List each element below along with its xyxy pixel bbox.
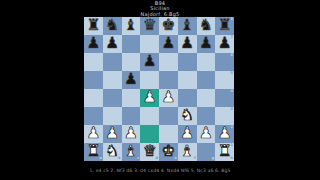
coord-rank-4: 4 [231, 90, 233, 94]
square-c3[interactable] [122, 107, 141, 125]
square-g4[interactable] [197, 89, 216, 107]
square-e1[interactable]: ♚e [159, 143, 178, 161]
piece-white-knight: ♞ [180, 108, 194, 124]
square-c1[interactable]: ♝c [122, 143, 141, 161]
coord-file-d: d [155, 157, 158, 161]
square-h4[interactable]: 4 [215, 89, 234, 107]
square-h7[interactable]: ♟7 [215, 35, 234, 53]
coord-file-a: a [99, 157, 101, 161]
piece-white-knight: ♞ [105, 144, 119, 160]
square-g8[interactable]: ♞ [197, 17, 216, 35]
piece-white-pawn: ♟ [199, 126, 213, 142]
square-d8[interactable]: ♛ [140, 17, 159, 35]
piece-black-bishop: ♝ [124, 18, 138, 34]
square-c6[interactable] [122, 53, 141, 71]
coord-file-g: g [212, 157, 215, 161]
piece-black-pawn: ♟ [180, 36, 194, 52]
square-g6[interactable] [197, 53, 216, 71]
square-b2[interactable]: ♟ [103, 125, 122, 143]
square-d1[interactable]: ♛d [140, 143, 159, 161]
square-d2[interactable] [140, 125, 159, 143]
square-a8[interactable]: ♜ [84, 17, 103, 35]
square-e8[interactable]: ♚ [159, 17, 178, 35]
piece-white-pawn: ♟ [105, 126, 119, 142]
square-b6[interactable] [103, 53, 122, 71]
piece-black-king: ♚ [161, 18, 175, 34]
coord-file-e: e [174, 157, 176, 161]
piece-black-rook: ♜ [86, 18, 100, 34]
chess-board: ♜♞♝♛♚♝♞♜8♟♟♟♟♟♟7♟6♟5♟♟4♞3♟♟♟♟♟♟2♜a♞b♝c♛d… [84, 17, 234, 161]
square-f8[interactable]: ♝ [178, 17, 197, 35]
square-e7[interactable]: ♟ [159, 35, 178, 53]
square-b8[interactable]: ♞ [103, 17, 122, 35]
square-h1[interactable]: ♜1h [215, 143, 234, 161]
square-e2[interactable] [159, 125, 178, 143]
square-b3[interactable] [103, 107, 122, 125]
piece-white-pawn: ♟ [218, 126, 232, 142]
square-g1[interactable]: g [197, 143, 216, 161]
square-a1[interactable]: ♜a [84, 143, 103, 161]
piece-black-pawn: ♟ [124, 72, 138, 88]
coord-rank-7: 7 [231, 36, 233, 40]
piece-black-knight: ♞ [105, 18, 119, 34]
square-b7[interactable]: ♟ [103, 35, 122, 53]
piece-white-rook: ♜ [218, 144, 232, 160]
square-f5[interactable] [178, 71, 197, 89]
coord-file-c: c [137, 157, 139, 161]
square-d3[interactable] [140, 107, 159, 125]
move-list: 1. e4 c5 2. Nf3 d6 3. d4 cxd4 4. Nxd4 Nf… [0, 168, 320, 173]
square-h3[interactable]: 3 [215, 107, 234, 125]
piece-white-pawn: ♟ [143, 90, 157, 106]
square-a5[interactable] [84, 71, 103, 89]
coord-rank-2: 2 [231, 126, 233, 130]
piece-white-pawn: ♟ [161, 90, 175, 106]
square-a7[interactable]: ♟ [84, 35, 103, 53]
piece-black-pawn: ♟ [199, 36, 213, 52]
square-f7[interactable]: ♟ [178, 35, 197, 53]
square-g2[interactable]: ♟ [197, 125, 216, 143]
square-f3[interactable]: ♞ [178, 107, 197, 125]
square-c5[interactable]: ♟ [122, 71, 141, 89]
piece-white-bishop: ♝ [124, 144, 138, 160]
coord-rank-1: 1 [231, 144, 233, 148]
square-e3[interactable] [159, 107, 178, 125]
coord-file-f: f [194, 157, 196, 161]
square-f1[interactable]: ♝f [178, 143, 197, 161]
square-e6[interactable] [159, 53, 178, 71]
square-f4[interactable] [178, 89, 197, 107]
coord-rank-6: 6 [231, 54, 233, 58]
square-e4[interactable]: ♟ [159, 89, 178, 107]
piece-black-pawn: ♟ [218, 36, 232, 52]
piece-black-knight: ♞ [199, 18, 213, 34]
square-g7[interactable]: ♟ [197, 35, 216, 53]
square-f6[interactable] [178, 53, 197, 71]
piece-black-pawn: ♟ [161, 36, 175, 52]
square-e5[interactable] [159, 71, 178, 89]
square-h8[interactable]: ♜8 [215, 17, 234, 35]
square-c8[interactable]: ♝ [122, 17, 141, 35]
coord-rank-8: 8 [231, 18, 233, 22]
square-h6[interactable]: 6 [215, 53, 234, 71]
piece-white-pawn: ♟ [180, 126, 194, 142]
piece-black-pawn: ♟ [143, 54, 157, 70]
square-c7[interactable] [122, 35, 141, 53]
piece-white-pawn: ♟ [124, 126, 138, 142]
square-b1[interactable]: ♞b [103, 143, 122, 161]
piece-black-bishop: ♝ [180, 18, 194, 34]
coord-file-b: b [118, 157, 121, 161]
coord-file-h: h [231, 157, 234, 161]
square-f2[interactable]: ♟ [178, 125, 197, 143]
piece-white-pawn: ♟ [86, 126, 100, 142]
square-d4[interactable]: ♟ [140, 89, 159, 107]
square-h2[interactable]: ♟2 [215, 125, 234, 143]
piece-black-pawn: ♟ [86, 36, 100, 52]
coord-rank-5: 5 [231, 72, 233, 76]
square-g3[interactable] [197, 107, 216, 125]
square-a4[interactable] [84, 89, 103, 107]
piece-black-queen: ♛ [143, 18, 157, 34]
square-a3[interactable] [84, 107, 103, 125]
piece-white-bishop: ♝ [180, 144, 194, 160]
coord-rank-3: 3 [231, 108, 233, 112]
square-d6[interactable]: ♟ [140, 53, 159, 71]
square-a2[interactable]: ♟ [84, 125, 103, 143]
square-h5[interactable]: 5 [215, 71, 234, 89]
square-b5[interactable] [103, 71, 122, 89]
square-a6[interactable] [84, 53, 103, 71]
square-b4[interactable] [103, 89, 122, 107]
piece-white-rook: ♜ [86, 144, 100, 160]
square-c2[interactable]: ♟ [122, 125, 141, 143]
piece-white-queen: ♛ [143, 144, 157, 160]
piece-white-king: ♚ [161, 144, 175, 160]
opening-title-block: B94 Sicilian Najdorf, 6.Bg5 [0, 1, 320, 17]
square-g5[interactable] [197, 71, 216, 89]
piece-black-rook: ♜ [218, 18, 232, 34]
video-frame: B94 Sicilian Najdorf, 6.Bg5 ♜♞♝♛♚♝♞♜8♟♟♟… [0, 0, 320, 180]
square-d5[interactable] [140, 71, 159, 89]
square-c4[interactable] [122, 89, 141, 107]
piece-black-pawn: ♟ [105, 36, 119, 52]
square-d7[interactable] [140, 35, 159, 53]
